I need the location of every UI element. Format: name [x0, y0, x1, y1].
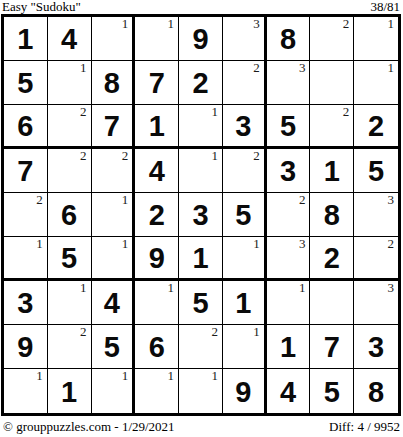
corner-mark: 1: [211, 149, 218, 163]
sudoku-cell-r4c3[interactable]: 2: [92, 149, 136, 193]
sudoku-cell-r9c6[interactable]: 9: [223, 369, 267, 413]
sudoku-cell-r9c9[interactable]: 8: [354, 369, 398, 413]
sudoku-cell-r9c8[interactable]: 5: [310, 369, 354, 413]
given-digit: 1: [149, 110, 165, 141]
sudoku-cell-r7c5[interactable]: 5: [179, 281, 223, 325]
sudoku-cell-r4c7[interactable]: 3: [267, 149, 311, 193]
given-digit: 1: [280, 331, 296, 362]
sudoku-cell-r4c8[interactable]: 1: [310, 149, 354, 193]
corner-mark: 1: [211, 105, 218, 119]
sudoku-cell-r3c5[interactable]: 1: [179, 105, 223, 149]
sudoku-cell-r9c1[interactable]: 1: [4, 369, 48, 413]
difficulty-text: Diff: 4 / 9952: [329, 420, 400, 434]
sudoku-cell-r8c7[interactable]: 1: [267, 325, 311, 369]
given-digit: 2: [324, 242, 340, 273]
given-digit: 5: [324, 376, 340, 407]
given-digit: 7: [324, 331, 340, 362]
given-digit: 8: [104, 67, 120, 98]
corner-mark: 1: [388, 17, 395, 31]
sudoku-cell-r6c6[interactable]: 1: [223, 237, 267, 281]
given-digit: 5: [235, 199, 251, 230]
corner-mark: 2: [211, 325, 218, 339]
given-digit: 9: [149, 242, 165, 273]
sudoku-cell-r1c2[interactable]: 4: [48, 17, 92, 61]
sudoku-cell-r2c4[interactable]: 7: [135, 61, 179, 105]
given-digit: 2: [368, 110, 384, 141]
given-digit: 4: [280, 376, 296, 407]
sudoku-cell-r9c3[interactable]: 1: [92, 369, 136, 413]
sudoku-cell-r8c8[interactable]: 7: [310, 325, 354, 369]
sudoku-cell-r6c7[interactable]: 3: [267, 237, 311, 281]
sudoku-cell-r5c1[interactable]: 2: [4, 193, 48, 237]
sudoku-cell-r7c6[interactable]: 1: [223, 281, 267, 325]
given-digit: 5: [104, 331, 120, 362]
corner-mark: 2: [80, 325, 87, 339]
given-digit: 3: [192, 199, 208, 230]
sudoku-cell-r4c4[interactable]: 4: [135, 149, 179, 193]
corner-mark: 1: [36, 369, 43, 383]
corner-mark: 2: [80, 149, 87, 163]
sudoku-cell-r5c8[interactable]: 8: [310, 193, 354, 237]
given-digit: 3: [368, 331, 384, 362]
sudoku-cell-r4c6[interactable]: 2: [223, 149, 267, 193]
sudoku-cell-r7c2[interactable]: 1: [48, 281, 92, 325]
sudoku-cell-r7c3[interactable]: 4: [92, 281, 136, 325]
sudoku-cell-r1c6[interactable]: 3: [223, 17, 267, 61]
given-digit: 5: [368, 155, 384, 186]
sudoku-cell-r2c5[interactable]: 2: [179, 61, 223, 105]
corner-mark: 2: [36, 193, 43, 207]
given-digit: 1: [61, 376, 77, 407]
sudoku-cell-r6c4[interactable]: 9: [135, 237, 179, 281]
sudoku-cell-r7c9[interactable]: 3: [354, 281, 398, 325]
corner-mark: 1: [168, 281, 175, 295]
sudoku-cell-r6c5[interactable]: 1: [179, 237, 223, 281]
given-digit: 3: [235, 110, 251, 141]
given-digit: 9: [17, 331, 33, 362]
corner-mark: 1: [36, 237, 43, 251]
corner-mark: 3: [388, 193, 395, 207]
sudoku-cell-r2c8[interactable]: [310, 61, 354, 105]
sudoku-cell-r2c1[interactable]: 5: [4, 61, 48, 105]
given-digit: 4: [61, 23, 77, 54]
sudoku-cell-r5c6[interactable]: 5: [223, 193, 267, 237]
corner-mark: 3: [299, 237, 306, 251]
given-digit: 4: [104, 287, 120, 318]
given-digit: 2: [192, 67, 208, 98]
sudoku-cell-r8c3[interactable]: 5: [92, 325, 136, 369]
sudoku-cell-r3c1[interactable]: 6: [4, 105, 48, 149]
given-digit: 6: [61, 199, 77, 230]
sudoku-cell-r9c2[interactable]: 1: [48, 369, 92, 413]
sudoku-cell-r1c4[interactable]: 1: [135, 17, 179, 61]
given-digit: 9: [235, 376, 251, 407]
sudoku-cell-r1c3[interactable]: 1: [92, 17, 136, 61]
corner-mark: 2: [299, 193, 306, 207]
sudoku-cell-r2c9[interactable]: 1: [354, 61, 398, 105]
sudoku-cell-r6c8[interactable]: 2: [310, 237, 354, 281]
sudoku-cell-r1c1[interactable]: 1: [4, 17, 48, 61]
given-digit: 6: [149, 331, 165, 362]
corner-mark: 2: [253, 61, 260, 75]
given-digit: 7: [149, 67, 165, 98]
sudoku-cell-r1c8[interactable]: 2: [310, 17, 354, 61]
sudoku-cell-r5c4[interactable]: 2: [135, 193, 179, 237]
given-digit: 8: [280, 23, 296, 54]
sudoku-cell-r7c8[interactable]: [310, 281, 354, 325]
given-digit: 6: [17, 110, 33, 141]
page-footer: © grouppuzzles.com - 1/29/2021 Diff: 4 /…: [0, 418, 403, 434]
sudoku-cell-r5c7[interactable]: 2: [267, 193, 311, 237]
corner-mark: 1: [80, 61, 87, 75]
given-digit: 5: [61, 242, 77, 273]
copyright-text: © grouppuzzles.com - 1/29/2021: [3, 420, 175, 434]
corner-mark: 2: [122, 149, 129, 163]
sudoku-cell-r3c4[interactable]: 1: [135, 105, 179, 149]
given-digit: 3: [280, 155, 296, 186]
corner-mark: 1: [388, 61, 395, 75]
sudoku-cell-r4c5[interactable]: 1: [179, 149, 223, 193]
sudoku-cell-r9c7[interactable]: 4: [267, 369, 311, 413]
corner-mark: 3: [299, 61, 306, 75]
sudoku-cell-r3c2[interactable]: 2: [48, 105, 92, 149]
sudoku-cell-r6c9[interactable]: 2: [354, 237, 398, 281]
corner-mark: 1: [253, 325, 260, 339]
corner-mark: 1: [122, 237, 129, 251]
sudoku-cell-r7c1[interactable]: 3: [4, 281, 48, 325]
sudoku-cell-r2c2[interactable]: 1: [48, 61, 92, 105]
corner-mark: 1: [122, 17, 129, 31]
given-digit: 7: [104, 110, 120, 141]
corner-mark: 2: [388, 237, 395, 251]
sudoku-cell-r3c8[interactable]: 2: [310, 105, 354, 149]
sudoku-cell-r9c5[interactable]: 1: [179, 369, 223, 413]
sudoku-board: 1411938215187223162711352272241231526123…: [1, 14, 401, 416]
page-header: Easy "Sudoku" 38/81: [0, 0, 403, 14]
corner-mark: 1: [253, 237, 260, 251]
sudoku-cell-r3c9[interactable]: 2: [354, 105, 398, 149]
given-digit: 5: [280, 110, 296, 141]
corner-mark: 2: [343, 17, 350, 31]
sudoku-cell-r3c3[interactable]: 7: [92, 105, 136, 149]
given-digit: 2: [149, 199, 165, 230]
given-digit: 3: [17, 287, 33, 318]
corner-mark: 1: [211, 369, 218, 383]
sudoku-cell-r1c7[interactable]: 8: [267, 17, 311, 61]
sudoku-cell-r5c3[interactable]: 1: [92, 193, 136, 237]
corner-mark: 2: [80, 105, 87, 119]
given-digit: 4: [149, 155, 165, 186]
given-digit: 8: [368, 376, 384, 407]
sudoku-cell-r6c1[interactable]: 1: [4, 237, 48, 281]
sudoku-cell-r8c6[interactable]: 1: [223, 325, 267, 369]
sudoku-cell-r5c9[interactable]: 3: [354, 193, 398, 237]
sudoku-cell-r6c3[interactable]: 1: [92, 237, 136, 281]
sudoku-cell-r8c5[interactable]: 2: [179, 325, 223, 369]
given-digit: 1: [17, 23, 33, 54]
sudoku-cell-r8c2[interactable]: 2: [48, 325, 92, 369]
sudoku-cell-r9c4[interactable]: 1: [135, 369, 179, 413]
corner-mark: 1: [168, 369, 175, 383]
corner-mark: 3: [253, 17, 260, 31]
given-digit: 1: [324, 155, 340, 186]
sudoku-page: Easy "Sudoku" 38/81 14119382151872231627…: [0, 0, 403, 437]
sudoku-cell-r7c4[interactable]: 1: [135, 281, 179, 325]
given-digit: 9: [192, 23, 208, 54]
sudoku-cell-r4c9[interactable]: 5: [354, 149, 398, 193]
given-digit: 1: [235, 287, 251, 318]
sudoku-cell-r4c2[interactable]: 2: [48, 149, 92, 193]
sudoku-cell-r5c2[interactable]: 6: [48, 193, 92, 237]
sudoku-cell-r1c5[interactable]: 9: [179, 17, 223, 61]
given-digit: 7: [17, 155, 33, 186]
corner-mark: 1: [80, 281, 87, 295]
corner-mark: 3: [388, 281, 395, 295]
progress-counter: 38/81: [370, 0, 400, 14]
sudoku-cell-r1c9[interactable]: 1: [354, 17, 398, 61]
sudoku-cell-r3c7[interactable]: 5: [267, 105, 311, 149]
puzzle-title: Easy "Sudoku": [2, 0, 81, 14]
corner-mark: 2: [253, 149, 260, 163]
given-digit: 5: [17, 67, 33, 98]
given-digit: 1: [192, 242, 208, 273]
sudoku-cell-r2c6[interactable]: 2: [223, 61, 267, 105]
corner-mark: 1: [122, 369, 129, 383]
given-digit: 5: [192, 287, 208, 318]
given-digit: 8: [324, 199, 340, 230]
corner-mark: 1: [299, 281, 306, 295]
corner-mark: 1: [122, 193, 129, 207]
sudoku-cell-r8c9[interactable]: 3: [354, 325, 398, 369]
sudoku-cell-r8c1[interactable]: 9: [4, 325, 48, 369]
sudoku-cell-r6c2[interactable]: 5: [48, 237, 92, 281]
sudoku-cell-r7c7[interactable]: 1: [267, 281, 311, 325]
sudoku-cell-r3c6[interactable]: 3: [223, 105, 267, 149]
sudoku-cell-r2c7[interactable]: 3: [267, 61, 311, 105]
corner-mark: 2: [343, 105, 350, 119]
corner-mark: 1: [168, 17, 175, 31]
sudoku-cell-r2c3[interactable]: 8: [92, 61, 136, 105]
sudoku-cell-r8c4[interactable]: 6: [135, 325, 179, 369]
sudoku-cell-r4c1[interactable]: 7: [4, 149, 48, 193]
sudoku-cell-r5c5[interactable]: 3: [179, 193, 223, 237]
